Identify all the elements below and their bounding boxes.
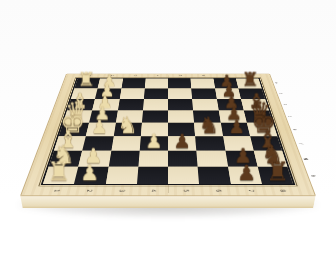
chess-board: 12345678 12345678 abcdefgh abcdefgh ♜♟♟♜… [20,74,316,196]
square-b1 [71,88,98,99]
square-b5 [168,88,192,99]
square-b2: ♟ [95,88,121,99]
square-d4 [142,110,168,122]
square-d6 [193,110,220,122]
black-rook-a8: ♜ [232,69,267,89]
square-e3: ♞ [113,123,141,136]
photo-background: 12345678 12345678 abcdefgh abcdefgh ♜♟♟♜… [0,0,336,280]
square-e5 [168,123,195,136]
square-b4 [144,88,168,99]
square-a5 [168,79,191,89]
square-g7: ♟ [225,151,257,167]
square-h2: ♟ [74,167,108,184]
square-a6 [191,79,215,89]
square-a2: ♟ [98,79,123,89]
square-g6 [197,151,228,167]
square-g5 [168,151,198,167]
square-d2: ♟ [89,110,117,122]
square-h7: ♟ [228,167,262,184]
square-b8 [238,88,265,99]
square-b7: ♟ [215,88,241,99]
square-e7: ♟ [220,123,250,136]
square-a7: ♟ [213,79,238,89]
square-c5 [168,99,193,110]
square-c1: ♝ [67,99,95,110]
square-h8: ♜ [258,167,294,184]
square-b3 [119,88,144,99]
square-d7: ♟ [218,110,246,122]
square-h5 [168,167,199,184]
square-d3 [116,110,143,122]
square-h4 [137,167,168,184]
board-front-edge [20,195,316,208]
square-g3 [108,151,139,167]
square-f3 [111,136,141,151]
square-f2 [82,136,113,151]
square-g4 [138,151,168,167]
square-c8: ♝ [241,99,269,110]
board-grid: ♜♟♟♜♟♟♝♟♟♝♛♟♟♛♚♟♞♞♟♚♝♟♟♝♞♟♟♞♜♟♟♜ [41,78,296,185]
square-f7 [223,136,254,151]
square-a8: ♜ [236,79,262,89]
square-f6 [195,136,225,151]
square-f4: ♟ [139,136,168,151]
square-h1: ♜ [43,167,79,184]
square-g2: ♟ [78,151,110,167]
square-c3 [118,99,144,110]
square-b6 [191,88,216,99]
square-c4 [143,99,168,110]
square-e4 [141,123,168,136]
square-a1: ♜ [74,79,100,89]
square-f1: ♝ [54,136,86,151]
square-e1: ♚ [59,123,90,136]
square-h6 [198,167,231,184]
square-e2: ♟ [86,123,116,136]
square-g8: ♞ [254,151,288,167]
square-f8: ♝ [250,136,282,151]
square-c6 [192,99,218,110]
square-d5 [168,110,194,122]
square-h3 [105,167,138,184]
square-f5: ♟ [168,136,197,151]
square-a3 [121,79,145,89]
square-a4 [145,79,168,89]
square-e6: ♞ [194,123,222,136]
square-g1: ♞ [49,151,83,167]
square-c7: ♟ [217,99,244,110]
square-d1: ♛ [63,110,92,122]
square-c2: ♟ [92,99,119,110]
square-d8: ♛ [244,110,273,122]
square-e8: ♚ [247,123,278,136]
